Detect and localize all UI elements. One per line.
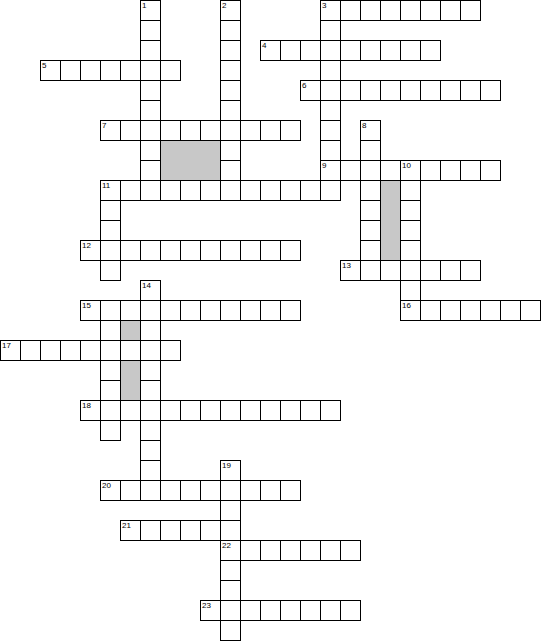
cell-r2c13[interactable]: 4 xyxy=(260,40,281,61)
cell-r4c16[interactable] xyxy=(320,80,341,101)
cell-r0c23[interactable] xyxy=(460,0,481,21)
clue-number-3: 3 xyxy=(322,1,326,10)
cell-r9c10[interactable] xyxy=(200,180,221,201)
cell-r8c24[interactable] xyxy=(480,160,501,181)
cell-r12c9[interactable] xyxy=(180,240,201,261)
cell-r19c7[interactable] xyxy=(140,380,161,401)
cell-r20c16[interactable] xyxy=(320,400,341,421)
cell-r19c5[interactable] xyxy=(100,380,121,401)
cell-r0c17[interactable] xyxy=(340,0,361,21)
cell-r27c14[interactable] xyxy=(280,540,301,561)
cell-r9c12[interactable] xyxy=(240,180,261,201)
shaded-area-0 xyxy=(160,140,221,181)
cell-r12c7[interactable] xyxy=(140,240,161,261)
clue-number-12: 12 xyxy=(82,241,91,250)
cell-r24c13[interactable] xyxy=(260,480,281,501)
cell-r2c7[interactable] xyxy=(140,40,161,61)
cell-r6c12[interactable] xyxy=(240,120,261,141)
cell-r30c13[interactable] xyxy=(260,600,281,621)
cell-r8c17[interactable] xyxy=(340,160,361,181)
cell-r13c23[interactable] xyxy=(460,260,481,281)
cell-r5c16[interactable] xyxy=(320,100,341,121)
cell-r0c16[interactable]: 3 xyxy=(320,0,341,21)
cell-r4c15[interactable]: 6 xyxy=(300,80,321,101)
cell-r20c9[interactable] xyxy=(180,400,201,421)
cell-r6c16[interactable] xyxy=(320,120,341,141)
cell-r6c6[interactable] xyxy=(120,120,141,141)
cell-r17c2[interactable] xyxy=(40,340,61,361)
shaded-area-1 xyxy=(380,180,401,261)
cell-r8c20[interactable]: 10 xyxy=(400,160,421,181)
cell-r3c8[interactable] xyxy=(160,60,181,81)
cell-r24c10[interactable] xyxy=(200,480,221,501)
cell-r20c15[interactable] xyxy=(300,400,321,421)
cell-r3c2[interactable]: 5 xyxy=(40,60,61,81)
clue-number-17: 17 xyxy=(2,341,11,350)
cell-r2c18[interactable] xyxy=(360,40,381,61)
cell-r12c10[interactable] xyxy=(200,240,221,261)
cell-r5c11[interactable] xyxy=(220,100,241,121)
cell-r12c14[interactable] xyxy=(280,240,301,261)
clue-number-8: 8 xyxy=(362,121,366,130)
cell-r0c7[interactable]: 1 xyxy=(140,0,161,21)
cell-r12c12[interactable] xyxy=(240,240,261,261)
cell-r0c11[interactable]: 2 xyxy=(220,0,241,21)
cell-r20c8[interactable] xyxy=(160,400,181,421)
cell-r2c16[interactable] xyxy=(320,40,341,61)
cell-r21c7[interactable] xyxy=(140,420,161,441)
cell-r8c22[interactable] xyxy=(440,160,461,181)
cell-r26c6[interactable]: 21 xyxy=(120,520,141,541)
cell-r27c13[interactable] xyxy=(260,540,281,561)
cell-r24c9[interactable] xyxy=(180,480,201,501)
cell-r17c7[interactable] xyxy=(140,340,161,361)
cell-r5c7[interactable] xyxy=(140,100,161,121)
cell-r9c18[interactable] xyxy=(360,180,381,201)
clue-number-15: 15 xyxy=(82,301,91,310)
cell-r15c4[interactable]: 15 xyxy=(80,300,101,321)
clue-number-5: 5 xyxy=(42,61,46,70)
cell-r3c6[interactable] xyxy=(120,60,141,81)
cell-r6c11[interactable] xyxy=(220,120,241,141)
cell-r15c24[interactable] xyxy=(480,300,501,321)
cell-r30c16[interactable] xyxy=(320,600,341,621)
cell-r6c14[interactable] xyxy=(280,120,301,141)
cell-r1c11[interactable] xyxy=(220,20,241,41)
cell-r3c16[interactable] xyxy=(320,60,341,81)
cell-r26c9[interactable] xyxy=(180,520,201,541)
clue-number-16: 16 xyxy=(402,301,411,310)
clue-number-4: 4 xyxy=(262,41,266,50)
cell-r13c18[interactable] xyxy=(360,260,381,281)
cell-r4c17[interactable] xyxy=(340,80,361,101)
cell-r6c13[interactable] xyxy=(260,120,281,141)
cell-r4c21[interactable] xyxy=(420,80,441,101)
cell-r6c7[interactable] xyxy=(140,120,161,141)
cell-r3c5[interactable] xyxy=(100,60,121,81)
cell-r30c15[interactable] xyxy=(300,600,321,621)
cell-r20c11[interactable] xyxy=(220,400,241,421)
cell-r4c18[interactable] xyxy=(360,80,381,101)
cell-r15c14[interactable] xyxy=(280,300,301,321)
cell-r18c5[interactable] xyxy=(100,360,121,381)
cell-r26c7[interactable] xyxy=(140,520,161,541)
cell-r6c18[interactable]: 8 xyxy=(360,120,381,141)
cell-r20c13[interactable] xyxy=(260,400,281,421)
cell-r30c10[interactable]: 23 xyxy=(200,600,221,621)
cell-r20c7[interactable] xyxy=(140,400,161,421)
cell-r7c18[interactable] xyxy=(360,140,381,161)
cell-r2c11[interactable] xyxy=(220,40,241,61)
cell-r15c21[interactable] xyxy=(420,300,441,321)
cell-r9c6[interactable] xyxy=(120,180,141,201)
cell-r0c20[interactable] xyxy=(400,0,421,21)
cell-r12c6[interactable] xyxy=(120,240,141,261)
cell-r8c11[interactable] xyxy=(220,160,241,181)
cell-r16c5[interactable] xyxy=(100,320,121,341)
cell-r15c12[interactable] xyxy=(240,300,261,321)
cell-r9c20[interactable] xyxy=(400,180,421,201)
cell-r9c15[interactable] xyxy=(300,180,321,201)
cell-r0c18[interactable] xyxy=(360,0,381,21)
cell-r9c11[interactable] xyxy=(220,180,241,201)
crossword-board: 1234567891011121314151617181920212223 xyxy=(0,0,541,641)
clue-number-2: 2 xyxy=(222,1,226,10)
cell-r26c11[interactable] xyxy=(220,520,241,541)
cell-r20c12[interactable] xyxy=(240,400,261,421)
cell-r22c7[interactable] xyxy=(140,440,161,461)
cell-r31c11[interactable] xyxy=(220,620,241,641)
cell-r15c10[interactable] xyxy=(200,300,221,321)
cell-r2c20[interactable] xyxy=(400,40,421,61)
cell-r17c5[interactable] xyxy=(100,340,121,361)
cell-r24c12[interactable] xyxy=(240,480,261,501)
cell-r24c14[interactable] xyxy=(280,480,301,501)
cell-r11c5[interactable] xyxy=(100,220,121,241)
cell-r12c4[interactable]: 12 xyxy=(80,240,101,261)
cell-r23c7[interactable] xyxy=(140,460,161,481)
cell-r11c18[interactable] xyxy=(360,220,381,241)
cell-r18c7[interactable] xyxy=(140,360,161,381)
cell-r24c5[interactable]: 20 xyxy=(100,480,121,501)
cell-r12c8[interactable] xyxy=(160,240,181,261)
cell-r24c11[interactable] xyxy=(220,480,241,501)
cell-r20c14[interactable] xyxy=(280,400,301,421)
cell-r30c14[interactable] xyxy=(280,600,301,621)
clue-number-23: 23 xyxy=(202,601,211,610)
cell-r14c20[interactable] xyxy=(400,280,421,301)
cell-r13c5[interactable] xyxy=(100,260,121,281)
cell-r20c4[interactable]: 18 xyxy=(80,400,101,421)
cell-r6c5[interactable]: 7 xyxy=(100,120,121,141)
cell-r27c12[interactable] xyxy=(240,540,261,561)
cell-r13c20[interactable] xyxy=(400,260,421,281)
cell-r26c10[interactable] xyxy=(200,520,221,541)
cell-r6c9[interactable] xyxy=(180,120,201,141)
clue-number-21: 21 xyxy=(122,521,131,530)
clue-number-6: 6 xyxy=(302,81,306,90)
clue-number-20: 20 xyxy=(102,481,111,490)
cell-r4c20[interactable] xyxy=(400,80,421,101)
cell-r12c18[interactable] xyxy=(360,240,381,261)
cell-r1c7[interactable] xyxy=(140,20,161,41)
cell-r15c11[interactable] xyxy=(220,300,241,321)
cell-r4c24[interactable] xyxy=(480,80,501,101)
cell-r0c21[interactable] xyxy=(420,0,441,21)
cell-r9c8[interactable] xyxy=(160,180,181,201)
cell-r2c15[interactable] xyxy=(300,40,321,61)
cell-r15c8[interactable] xyxy=(160,300,181,321)
cell-r7c11[interactable] xyxy=(220,140,241,161)
cell-r27c16[interactable] xyxy=(320,540,341,561)
cell-r8c21[interactable] xyxy=(420,160,441,181)
cell-r30c12[interactable] xyxy=(240,600,261,621)
cell-r27c17[interactable] xyxy=(340,540,361,561)
cell-r10c5[interactable] xyxy=(100,200,121,221)
cell-r10c18[interactable] xyxy=(360,200,381,221)
cell-r8c23[interactable] xyxy=(460,160,481,181)
cell-r6c8[interactable] xyxy=(160,120,181,141)
cell-r30c11[interactable] xyxy=(220,600,241,621)
cell-r3c4[interactable] xyxy=(80,60,101,81)
cell-r12c5[interactable] xyxy=(100,240,121,261)
cell-r17c1[interactable] xyxy=(20,340,41,361)
cell-r3c3[interactable] xyxy=(60,60,81,81)
shaded-area-2 xyxy=(120,320,141,341)
cell-r9c5[interactable]: 11 xyxy=(100,180,121,201)
cell-r20c6[interactable] xyxy=(120,400,141,421)
cell-r15c6[interactable] xyxy=(120,300,141,321)
clue-number-18: 18 xyxy=(82,401,91,410)
cell-r2c19[interactable] xyxy=(380,40,401,61)
cell-r28c11[interactable] xyxy=(220,560,241,581)
clue-number-13: 13 xyxy=(342,261,351,270)
cell-r16c7[interactable] xyxy=(140,320,161,341)
cell-r4c19[interactable] xyxy=(380,80,401,101)
cell-r15c22[interactable] xyxy=(440,300,461,321)
cell-r14c7[interactable]: 14 xyxy=(140,280,161,301)
cell-r17c0[interactable]: 17 xyxy=(0,340,21,361)
cell-r17c8[interactable] xyxy=(160,340,181,361)
cell-r9c14[interactable] xyxy=(280,180,301,201)
cell-r15c5[interactable] xyxy=(100,300,121,321)
cell-r13c22[interactable] xyxy=(440,260,461,281)
cell-r15c9[interactable] xyxy=(180,300,201,321)
cell-r2c17[interactable] xyxy=(340,40,361,61)
cell-r9c9[interactable] xyxy=(180,180,201,201)
cell-r0c22[interactable] xyxy=(440,0,461,21)
clue-number-19: 19 xyxy=(222,461,231,470)
cell-r8c7[interactable] xyxy=(140,160,161,181)
clue-number-14: 14 xyxy=(142,281,151,290)
cell-r15c23[interactable] xyxy=(460,300,481,321)
cell-r12c11[interactable] xyxy=(220,240,241,261)
cell-r11c20[interactable] xyxy=(400,220,421,241)
cell-r24c8[interactable] xyxy=(160,480,181,501)
cell-r8c19[interactable] xyxy=(380,160,401,181)
cell-r4c11[interactable] xyxy=(220,80,241,101)
cell-r15c7[interactable] xyxy=(140,300,161,321)
cell-r8c16[interactable]: 9 xyxy=(320,160,341,181)
cell-r2c14[interactable] xyxy=(280,40,301,61)
cell-r8c18[interactable] xyxy=(360,160,381,181)
cell-r15c20[interactable]: 16 xyxy=(400,300,421,321)
cell-r9c16[interactable] xyxy=(320,180,341,201)
clue-number-22: 22 xyxy=(222,541,231,550)
cell-r6c10[interactable] xyxy=(200,120,221,141)
cell-r17c3[interactable] xyxy=(60,340,81,361)
clue-number-9: 9 xyxy=(322,161,326,170)
cell-r7c7[interactable] xyxy=(140,140,161,161)
shaded-area-3 xyxy=(120,360,141,401)
cell-r4c22[interactable] xyxy=(440,80,461,101)
cell-r24c7[interactable] xyxy=(140,480,161,501)
cell-r13c17[interactable]: 13 xyxy=(340,260,361,281)
cell-r20c10[interactable] xyxy=(200,400,221,421)
cell-r4c23[interactable] xyxy=(460,80,481,101)
cell-r13c19[interactable] xyxy=(380,260,401,281)
clue-number-1: 1 xyxy=(142,1,146,10)
cell-r1c16[interactable] xyxy=(320,20,341,41)
clue-number-11: 11 xyxy=(102,181,110,190)
cell-r23c11[interactable]: 19 xyxy=(220,460,241,481)
cell-r12c13[interactable] xyxy=(260,240,281,261)
cell-r3c11[interactable] xyxy=(220,60,241,81)
cell-r9c7[interactable] xyxy=(140,180,161,201)
cell-r15c25[interactable] xyxy=(500,300,521,321)
cell-r20c5[interactable] xyxy=(100,400,121,421)
cell-r9c13[interactable] xyxy=(260,180,281,201)
clue-number-10: 10 xyxy=(402,161,411,170)
cell-r26c8[interactable] xyxy=(160,520,181,541)
cell-r10c20[interactable] xyxy=(400,200,421,221)
cell-r4c7[interactable] xyxy=(140,80,161,101)
cell-r29c11[interactable] xyxy=(220,580,241,601)
cell-r30c17[interactable] xyxy=(340,600,361,621)
cell-r27c15[interactable] xyxy=(300,540,321,561)
cell-r15c13[interactable] xyxy=(260,300,281,321)
cell-r24c6[interactable] xyxy=(120,480,141,501)
cell-r2c21[interactable] xyxy=(420,40,441,61)
cell-r27c11[interactable]: 22 xyxy=(220,540,241,561)
cell-r13c21[interactable] xyxy=(420,260,441,281)
cell-r21c5[interactable] xyxy=(100,420,121,441)
cell-r12c20[interactable] xyxy=(400,240,421,261)
cell-r17c4[interactable] xyxy=(80,340,101,361)
cell-r7c16[interactable] xyxy=(320,140,341,161)
cell-r3c7[interactable] xyxy=(140,60,161,81)
cell-r15c26[interactable] xyxy=(520,300,541,321)
clue-number-7: 7 xyxy=(102,121,106,130)
cell-r25c11[interactable] xyxy=(220,500,241,521)
cell-r17c6[interactable] xyxy=(120,340,141,361)
cell-r0c19[interactable] xyxy=(380,0,401,21)
